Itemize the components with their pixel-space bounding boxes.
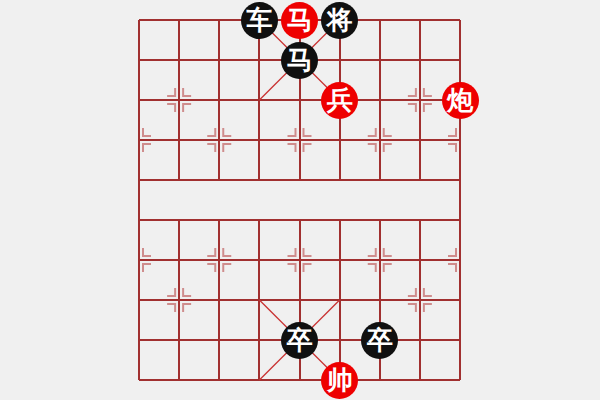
black-soldier[interactable]: 卒 — [361, 322, 398, 359]
red-horse[interactable]: 马 — [281, 2, 318, 39]
red-cannon[interactable]: 炮 — [442, 82, 479, 119]
pieces-layer: 车马将马兵炮卒卒帅 — [119, 0, 480, 400]
black-chariot[interactable]: 车 — [241, 2, 278, 39]
black-horse[interactable]: 马 — [281, 42, 318, 79]
black-general[interactable]: 将 — [321, 2, 358, 39]
red-general[interactable]: 帅 — [321, 362, 358, 399]
black-soldier[interactable]: 卒 — [281, 322, 318, 359]
xiangqi-app-window: 车马将马兵炮卒卒帅 — [0, 0, 600, 400]
red-soldier[interactable]: 兵 — [321, 82, 358, 119]
